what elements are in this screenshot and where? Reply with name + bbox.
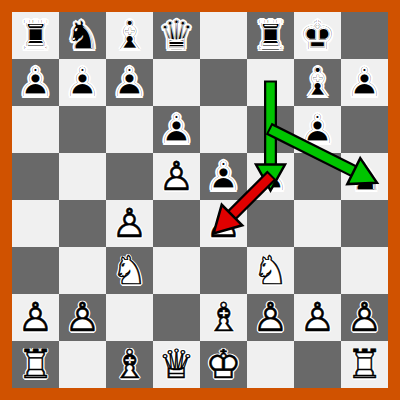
square-f1[interactable] bbox=[247, 341, 294, 388]
square-f4[interactable] bbox=[247, 200, 294, 247]
square-g4[interactable] bbox=[294, 200, 341, 247]
black-pawn-piece: ♟♙ bbox=[247, 153, 294, 200]
piece-outline-glyph: ♕ bbox=[153, 341, 200, 388]
piece-outline-glyph: ♗ bbox=[200, 294, 247, 341]
piece-outline-glyph: ♙ bbox=[106, 59, 153, 106]
square-g7[interactable]: ♝♗ bbox=[294, 59, 341, 106]
white-pawn-piece: ♟♙ bbox=[153, 153, 200, 200]
black-bishop-piece: ♝♗ bbox=[294, 59, 341, 106]
square-b1[interactable] bbox=[59, 341, 106, 388]
black-pawn-piece: ♟♙ bbox=[59, 59, 106, 106]
square-d5[interactable]: ♟♙ bbox=[153, 153, 200, 200]
square-c5[interactable] bbox=[106, 153, 153, 200]
white-rook-piece: ♜♖ bbox=[341, 341, 388, 388]
piece-outline-glyph: ♖ bbox=[12, 12, 59, 59]
white-pawn-piece: ♟♙ bbox=[59, 294, 106, 341]
square-c7[interactable]: ♟♙ bbox=[106, 59, 153, 106]
black-knight-piece: ♞♘ bbox=[59, 12, 106, 59]
square-h3[interactable] bbox=[341, 247, 388, 294]
piece-outline-glyph: ♙ bbox=[12, 294, 59, 341]
piece-outline-glyph: ♘ bbox=[341, 153, 388, 200]
square-f2[interactable]: ♟♙ bbox=[247, 294, 294, 341]
square-g8[interactable]: ♚♔ bbox=[294, 12, 341, 59]
square-b3[interactable] bbox=[59, 247, 106, 294]
square-b5[interactable] bbox=[59, 153, 106, 200]
white-pawn-piece: ♟♙ bbox=[247, 294, 294, 341]
square-h1[interactable]: ♜♖ bbox=[341, 341, 388, 388]
square-h4[interactable] bbox=[341, 200, 388, 247]
piece-outline-glyph: ♙ bbox=[153, 106, 200, 153]
square-e5[interactable]: ♟♙ bbox=[200, 153, 247, 200]
white-knight-piece: ♞♘ bbox=[247, 247, 294, 294]
square-c1[interactable]: ♝♗ bbox=[106, 341, 153, 388]
square-g6[interactable]: ♟♙ bbox=[294, 106, 341, 153]
square-b6[interactable] bbox=[59, 106, 106, 153]
white-knight-piece: ♞♘ bbox=[106, 247, 153, 294]
black-queen-piece: ♛♕ bbox=[153, 12, 200, 59]
white-rook-piece: ♜♖ bbox=[12, 341, 59, 388]
square-h5[interactable]: ♞♘ bbox=[341, 153, 388, 200]
square-a4[interactable] bbox=[12, 200, 59, 247]
black-pawn-piece: ♟♙ bbox=[106, 59, 153, 106]
square-e8[interactable] bbox=[200, 12, 247, 59]
square-c4[interactable]: ♟♙ bbox=[106, 200, 153, 247]
piece-outline-glyph: ♙ bbox=[12, 59, 59, 106]
piece-outline-glyph: ♘ bbox=[106, 247, 153, 294]
square-d1[interactable]: ♛♕ bbox=[153, 341, 200, 388]
square-b7[interactable]: ♟♙ bbox=[59, 59, 106, 106]
square-h7[interactable]: ♟♙ bbox=[341, 59, 388, 106]
white-bishop-piece: ♝♗ bbox=[200, 294, 247, 341]
white-pawn-piece: ♟♙ bbox=[341, 294, 388, 341]
piece-outline-glyph: ♘ bbox=[247, 247, 294, 294]
square-b4[interactable] bbox=[59, 200, 106, 247]
piece-outline-glyph: ♙ bbox=[59, 294, 106, 341]
square-c3[interactable]: ♞♘ bbox=[106, 247, 153, 294]
black-pawn-piece: ♟♙ bbox=[200, 153, 247, 200]
square-d8[interactable]: ♛♕ bbox=[153, 12, 200, 59]
piece-outline-glyph: ♙ bbox=[106, 200, 153, 247]
piece-outline-glyph: ♙ bbox=[294, 294, 341, 341]
black-rook-piece: ♜♖ bbox=[247, 12, 294, 59]
black-knight-piece: ♞♘ bbox=[341, 153, 388, 200]
square-g1[interactable] bbox=[294, 341, 341, 388]
square-g3[interactable] bbox=[294, 247, 341, 294]
square-h6[interactable] bbox=[341, 106, 388, 153]
square-a8[interactable]: ♜♖ bbox=[12, 12, 59, 59]
piece-outline-glyph: ♔ bbox=[200, 341, 247, 388]
board-frame: ♜♖♞♘♝♗♛♕♜♖♚♔♟♙♟♙♟♙♝♗♟♙♟♙♟♙♟♙♟♙♟♙♞♘♟♙♟♙♞♘… bbox=[0, 0, 400, 400]
piece-outline-glyph: ♗ bbox=[294, 59, 341, 106]
square-g2[interactable]: ♟♙ bbox=[294, 294, 341, 341]
square-e6[interactable] bbox=[200, 106, 247, 153]
piece-outline-glyph: ♕ bbox=[153, 12, 200, 59]
square-a2[interactable]: ♟♙ bbox=[12, 294, 59, 341]
piece-outline-glyph: ♗ bbox=[106, 12, 153, 59]
piece-outline-glyph: ♗ bbox=[106, 341, 153, 388]
piece-outline-glyph: ♖ bbox=[341, 341, 388, 388]
white-king-piece: ♚♔ bbox=[200, 341, 247, 388]
white-pawn-piece: ♟♙ bbox=[12, 294, 59, 341]
square-d6[interactable]: ♟♙ bbox=[153, 106, 200, 153]
square-f3[interactable]: ♞♘ bbox=[247, 247, 294, 294]
chess-board: ♜♖♞♘♝♗♛♕♜♖♚♔♟♙♟♙♟♙♝♗♟♙♟♙♟♙♟♙♟♙♟♙♞♘♟♙♟♙♞♘… bbox=[12, 12, 388, 388]
square-a1[interactable]: ♜♖ bbox=[12, 341, 59, 388]
square-e2[interactable]: ♝♗ bbox=[200, 294, 247, 341]
square-a3[interactable] bbox=[12, 247, 59, 294]
square-d4[interactable] bbox=[153, 200, 200, 247]
white-pawn-piece: ♟♙ bbox=[294, 294, 341, 341]
piece-outline-glyph: ♙ bbox=[200, 153, 247, 200]
square-f8[interactable]: ♜♖ bbox=[247, 12, 294, 59]
black-pawn-piece: ♟♙ bbox=[153, 106, 200, 153]
square-b2[interactable]: ♟♙ bbox=[59, 294, 106, 341]
black-pawn-piece: ♟♙ bbox=[12, 59, 59, 106]
square-c2[interactable] bbox=[106, 294, 153, 341]
piece-outline-glyph: ♙ bbox=[247, 294, 294, 341]
square-e4[interactable]: ♟♙ bbox=[200, 200, 247, 247]
square-f7[interactable] bbox=[247, 59, 294, 106]
black-pawn-piece: ♟♙ bbox=[294, 106, 341, 153]
square-h8[interactable] bbox=[341, 12, 388, 59]
piece-outline-glyph: ♙ bbox=[294, 106, 341, 153]
square-g5[interactable] bbox=[294, 153, 341, 200]
piece-outline-glyph: ♖ bbox=[247, 12, 294, 59]
square-a7[interactable]: ♟♙ bbox=[12, 59, 59, 106]
square-f5[interactable]: ♟♙ bbox=[247, 153, 294, 200]
piece-outline-glyph: ♙ bbox=[247, 153, 294, 200]
square-e3[interactable] bbox=[200, 247, 247, 294]
square-h2[interactable]: ♟♙ bbox=[341, 294, 388, 341]
square-b8[interactable]: ♞♘ bbox=[59, 12, 106, 59]
square-e1[interactable]: ♚♔ bbox=[200, 341, 247, 388]
piece-outline-glyph: ♔ bbox=[294, 12, 341, 59]
square-c8[interactable]: ♝♗ bbox=[106, 12, 153, 59]
square-a5[interactable] bbox=[12, 153, 59, 200]
black-bishop-piece: ♝♗ bbox=[106, 12, 153, 59]
square-d3[interactable] bbox=[153, 247, 200, 294]
white-queen-piece: ♛♕ bbox=[153, 341, 200, 388]
piece-outline-glyph: ♙ bbox=[153, 153, 200, 200]
square-d7[interactable] bbox=[153, 59, 200, 106]
piece-outline-glyph: ♖ bbox=[12, 341, 59, 388]
white-bishop-piece: ♝♗ bbox=[106, 341, 153, 388]
black-rook-piece: ♜♖ bbox=[12, 12, 59, 59]
white-pawn-piece: ♟♙ bbox=[106, 200, 153, 247]
square-a6[interactable] bbox=[12, 106, 59, 153]
square-c6[interactable] bbox=[106, 106, 153, 153]
black-king-piece: ♚♔ bbox=[294, 12, 341, 59]
piece-outline-glyph: ♙ bbox=[341, 294, 388, 341]
black-pawn-piece: ♟♙ bbox=[341, 59, 388, 106]
square-f6[interactable] bbox=[247, 106, 294, 153]
white-pawn-piece: ♟♙ bbox=[200, 200, 247, 247]
square-e7[interactable] bbox=[200, 59, 247, 106]
piece-outline-glyph: ♙ bbox=[59, 59, 106, 106]
piece-outline-glyph: ♙ bbox=[200, 200, 247, 247]
piece-outline-glyph: ♘ bbox=[59, 12, 106, 59]
square-d2[interactable] bbox=[153, 294, 200, 341]
piece-outline-glyph: ♙ bbox=[341, 59, 388, 106]
